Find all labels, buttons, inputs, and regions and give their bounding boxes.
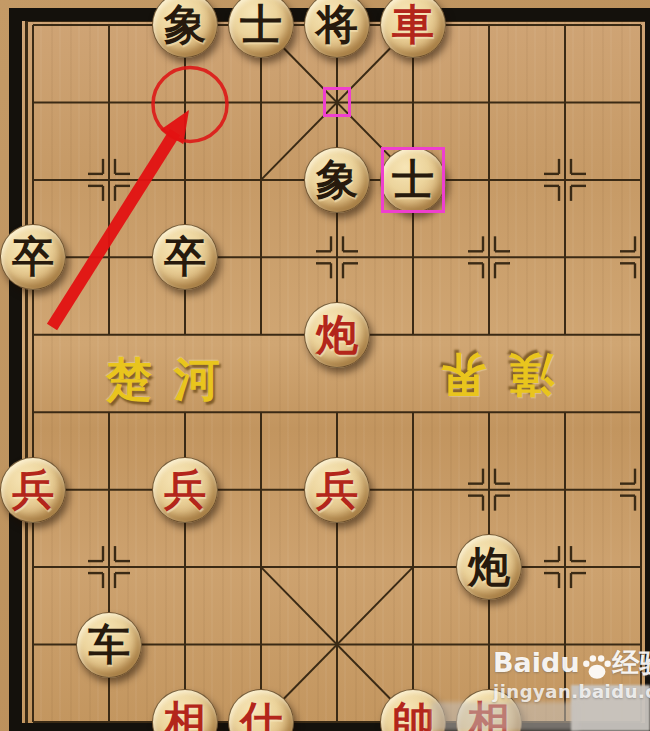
piece-glyph: 兵 (164, 469, 206, 511)
piece-glyph: 炮 (316, 314, 358, 356)
piece-glyph: 象 (164, 4, 206, 46)
baidu-paw-icon (582, 653, 612, 680)
piece-black-general[interactable]: 将 (304, 0, 370, 58)
piece-glyph: 士 (240, 4, 282, 46)
piece-red-cannon[interactable]: 炮 (304, 302, 370, 368)
piece-red-advisor[interactable]: 仕 (228, 689, 294, 731)
piece-glyph: 卒 (12, 236, 54, 278)
piece-red-soldier[interactable]: 兵 (0, 457, 66, 523)
piece-glyph: 卒 (164, 236, 206, 278)
piece-glyph: 車 (392, 4, 434, 46)
pieces-layer: 象士将車象士卒卒炮兵兵兵炮车相仕帥相 (0, 0, 650, 731)
piece-glyph: 士 (392, 159, 434, 201)
piece-red-soldier[interactable]: 兵 (152, 457, 218, 523)
piece-black-advisor[interactable]: 士 (380, 147, 446, 213)
watermark-url: jingyan.baidu.com (493, 681, 650, 702)
watermark-baidu-jingyan: Baidu 经验 jingyan.baidu.com (493, 648, 650, 702)
piece-glyph: 象 (316, 159, 358, 201)
piece-glyph: 相 (164, 701, 206, 731)
piece-black-advisor[interactable]: 士 (228, 0, 294, 58)
watermark-brand-text: Baidu (493, 648, 580, 678)
piece-red-soldier[interactable]: 兵 (304, 457, 370, 523)
piece-black-elephant[interactable]: 象 (152, 0, 218, 58)
xiangqi-board-screenshot: 楚河 漢界 象士将車象士卒卒炮兵兵兵炮车相仕帥相 Baidu 经验 jingya… (0, 0, 650, 731)
watermark-brand-suffix: 经验 (613, 648, 650, 678)
watermark-brand-row: Baidu 经验 (493, 648, 650, 678)
piece-black-chariot[interactable]: 车 (76, 612, 142, 678)
piece-glyph: 兵 (316, 469, 358, 511)
blurred-patch-strip (431, 702, 579, 731)
piece-glyph: 将 (316, 4, 358, 46)
piece-glyph: 炮 (468, 546, 510, 588)
piece-red-chariot[interactable]: 車 (380, 0, 446, 58)
piece-red-elephant[interactable]: 相 (152, 689, 218, 731)
piece-glyph: 仕 (240, 701, 282, 731)
piece-glyph: 车 (88, 624, 130, 666)
piece-black-cannon[interactable]: 炮 (456, 534, 522, 600)
piece-black-elephant[interactable]: 象 (304, 147, 370, 213)
piece-glyph: 帥 (392, 701, 434, 731)
piece-glyph: 兵 (12, 469, 54, 511)
piece-black-soldier[interactable]: 卒 (152, 224, 218, 290)
piece-black-soldier[interactable]: 卒 (0, 224, 66, 290)
